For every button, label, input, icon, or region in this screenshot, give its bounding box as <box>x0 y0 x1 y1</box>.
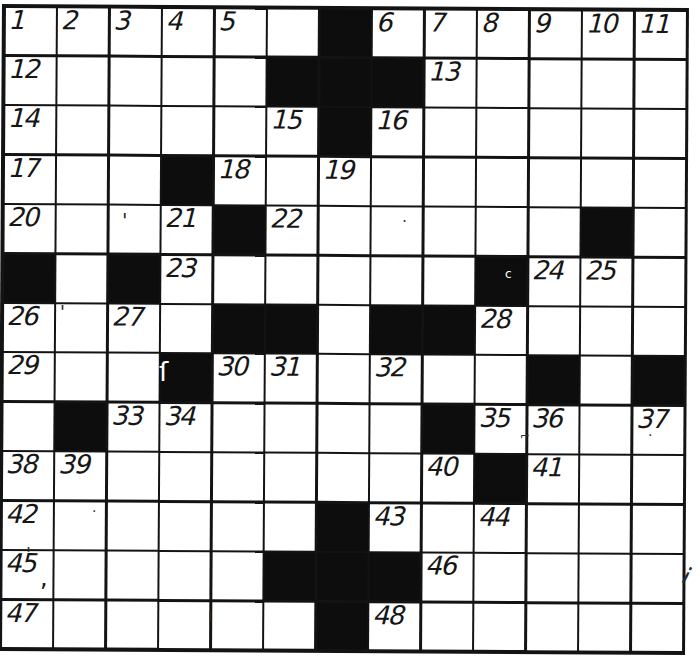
white-square: 48 <box>369 603 419 650</box>
white-square: 28 <box>476 307 526 354</box>
white-square <box>162 107 212 154</box>
clue-number: 15 <box>270 109 300 133</box>
white-square <box>265 503 315 550</box>
white-square <box>160 453 210 500</box>
white-square <box>54 551 104 598</box>
white-square <box>267 157 317 204</box>
white-square <box>371 257 421 304</box>
white-square <box>372 158 422 205</box>
white-square <box>212 454 262 501</box>
black-square <box>320 9 370 56</box>
white-square: 8 <box>478 10 528 57</box>
white-square <box>527 505 577 552</box>
white-square: 27 <box>108 305 158 352</box>
white-square <box>56 354 106 401</box>
clue-number: 35 <box>478 407 508 431</box>
crossword-board: 1234567891011121314151617181920212223242… <box>0 4 689 655</box>
white-square <box>215 108 265 155</box>
white-square <box>57 57 107 104</box>
white-square <box>159 601 209 648</box>
white-square <box>213 404 263 451</box>
black-square <box>55 403 105 450</box>
black-square <box>317 504 367 551</box>
white-square: 16 <box>372 109 422 156</box>
white-square <box>582 159 632 206</box>
black-square <box>372 59 422 106</box>
clue-number: 42 <box>5 503 35 527</box>
white-square <box>162 58 212 105</box>
clue-number: 24 <box>532 259 562 283</box>
white-square: 19 <box>319 158 369 205</box>
white-square: 47 <box>2 600 52 647</box>
black-square <box>371 306 421 353</box>
white-square <box>477 109 527 156</box>
white-square: 34 <box>160 404 210 451</box>
white-square <box>424 208 474 255</box>
white-square: 36 <box>528 406 578 453</box>
clue-number: 9 <box>533 12 548 35</box>
white-square: 5 <box>215 9 265 56</box>
white-square: 4 <box>163 8 213 55</box>
black-square <box>320 108 370 155</box>
white-square: 43 <box>370 504 420 551</box>
white-square <box>633 308 683 355</box>
clue-number: 23 <box>164 257 194 281</box>
white-square <box>107 601 157 648</box>
clue-number: 25 <box>584 259 614 283</box>
clue-number: 43 <box>373 505 403 529</box>
clue-number: 33 <box>111 404 141 428</box>
white-square: 12 <box>5 57 55 104</box>
white-square <box>579 555 629 602</box>
clue-number: 46 <box>425 555 455 579</box>
white-square: 3 <box>110 8 160 55</box>
white-square: 46 <box>422 554 472 601</box>
clue-number: 37 <box>636 408 666 432</box>
white-square: 35 <box>475 406 525 453</box>
clue-number: 31 <box>269 356 299 380</box>
white-square <box>108 354 158 401</box>
white-square <box>634 209 684 256</box>
white-square: 30 <box>213 355 263 402</box>
black-square <box>109 255 159 302</box>
white-square <box>635 61 685 108</box>
white-square: 33 <box>108 403 158 450</box>
white-square <box>581 307 631 354</box>
white-square <box>580 406 630 453</box>
white-square <box>632 555 682 602</box>
white-square <box>474 603 524 650</box>
clue-number: 7 <box>428 11 443 34</box>
white-square <box>319 207 369 254</box>
white-square <box>57 156 107 203</box>
white-square: 26 <box>3 304 53 351</box>
clue-number: 36 <box>531 407 561 431</box>
white-square <box>268 9 318 56</box>
white-square <box>579 604 629 651</box>
black-square <box>476 257 526 304</box>
white-square <box>56 304 106 351</box>
black-square <box>369 553 419 600</box>
white-square: 44 <box>475 505 525 552</box>
black-square <box>4 255 54 302</box>
white-square <box>424 158 474 205</box>
white-square <box>109 206 159 253</box>
white-square <box>57 107 107 154</box>
scan-page: 1234567891011121314151617181920212223242… <box>0 0 700 656</box>
clue-number: 16 <box>375 110 405 134</box>
white-square <box>422 504 472 551</box>
white-square <box>266 256 316 303</box>
clue-number: 8 <box>481 11 496 34</box>
white-square: 9 <box>530 11 580 58</box>
white-square: 22 <box>266 207 316 254</box>
white-square <box>371 207 421 254</box>
white-square <box>527 604 577 651</box>
clue-number: 40 <box>426 456 456 480</box>
white-square: 11 <box>635 11 685 58</box>
white-square <box>634 160 684 207</box>
black-square <box>213 305 263 352</box>
white-square <box>318 355 368 402</box>
white-square <box>370 405 420 452</box>
clue-number: 39 <box>58 454 88 478</box>
white-square: 40 <box>422 455 472 502</box>
clue-number: 5 <box>218 10 233 33</box>
white-square: 1 <box>5 7 55 54</box>
white-square: 38 <box>2 452 52 499</box>
clue-number: 11 <box>638 12 668 36</box>
white-square: 37 <box>633 407 683 454</box>
clue-number: 1 <box>8 8 23 31</box>
white-square <box>476 356 526 403</box>
white-square <box>425 109 475 156</box>
clue-number: 13 <box>428 60 458 84</box>
clue-number: 22 <box>270 208 300 232</box>
black-square <box>266 306 316 353</box>
white-square <box>56 255 106 302</box>
white-square <box>635 110 685 157</box>
white-square: 20 <box>4 205 54 252</box>
clue-number: 3 <box>113 9 128 32</box>
white-square <box>423 356 473 403</box>
white-square: 18 <box>214 157 264 204</box>
white-square <box>632 604 682 651</box>
black-square <box>317 602 367 649</box>
white-square: 14 <box>5 106 55 153</box>
white-square <box>56 205 106 252</box>
clue-number: 29 <box>6 354 36 378</box>
white-square <box>107 552 157 599</box>
white-square <box>580 456 630 503</box>
white-square: 21 <box>161 206 211 253</box>
white-square <box>212 602 262 649</box>
white-square <box>159 552 209 599</box>
clue-number: 2 <box>61 9 76 32</box>
white-square <box>161 305 211 352</box>
white-square: 6 <box>373 10 423 57</box>
black-square <box>320 59 370 106</box>
white-square <box>582 110 632 157</box>
white-square <box>477 60 527 107</box>
white-square <box>474 554 524 601</box>
white-square <box>160 503 210 550</box>
black-square <box>161 354 211 401</box>
white-square <box>317 454 367 501</box>
clue-number: 47 <box>5 601 35 625</box>
clue-number: 19 <box>322 159 352 183</box>
clue-number: 41 <box>531 456 561 480</box>
clue-number: 38 <box>6 453 36 477</box>
black-square <box>317 553 367 600</box>
black-square <box>423 405 473 452</box>
white-square <box>265 454 315 501</box>
clue-number: 14 <box>8 107 38 131</box>
clue-number: 20 <box>7 206 37 230</box>
white-square: 32 <box>371 356 421 403</box>
white-square <box>55 502 105 549</box>
black-square <box>162 157 212 204</box>
white-square <box>477 159 527 206</box>
clue-number: 21 <box>165 207 195 231</box>
white-square <box>528 307 578 354</box>
white-square <box>422 603 472 650</box>
clue-number: 30 <box>216 356 246 380</box>
white-square <box>212 552 262 599</box>
clue-number: 27 <box>111 306 141 330</box>
white-square <box>530 60 580 107</box>
white-square: 25 <box>581 258 631 305</box>
clue-number: 26 <box>7 305 37 329</box>
white-square: 23 <box>161 255 211 302</box>
white-square <box>54 601 104 648</box>
white-square <box>632 505 682 552</box>
clue-number: 34 <box>163 405 193 429</box>
white-square <box>215 58 265 105</box>
clue-number: 6 <box>376 11 391 34</box>
white-square <box>370 454 420 501</box>
white-square <box>107 502 157 549</box>
white-square: 41 <box>527 455 577 502</box>
black-square <box>214 206 264 253</box>
white-square: 24 <box>529 258 579 305</box>
white-square: 45 <box>2 551 52 598</box>
clue-number: 28 <box>479 308 509 332</box>
white-square <box>318 405 368 452</box>
black-square <box>528 357 578 404</box>
white-square <box>581 357 631 404</box>
white-square: 17 <box>4 156 54 203</box>
clue-number: 48 <box>372 604 402 628</box>
white-square: 15 <box>267 108 317 155</box>
white-square <box>110 107 160 154</box>
white-square <box>582 60 632 107</box>
white-square: 39 <box>55 453 105 500</box>
white-square <box>318 306 368 353</box>
white-square: 2 <box>58 8 108 55</box>
white-square <box>634 258 684 305</box>
white-square <box>529 208 579 255</box>
white-square: 10 <box>583 11 633 58</box>
white-square <box>580 505 630 552</box>
white-square <box>264 602 314 649</box>
white-square: 31 <box>266 355 316 402</box>
black-square <box>267 58 317 105</box>
black-square <box>633 357 683 404</box>
white-square <box>319 256 369 303</box>
white-square <box>476 208 526 255</box>
white-square <box>530 109 580 156</box>
white-square <box>214 256 264 303</box>
white-square <box>109 156 159 203</box>
white-square <box>424 257 474 304</box>
clue-number: 17 <box>7 157 37 181</box>
white-square <box>632 456 682 503</box>
white-square: 42 <box>2 502 52 549</box>
white-square: 7 <box>425 10 475 57</box>
white-square <box>527 554 577 601</box>
clue-number: 44 <box>478 506 508 530</box>
white-square <box>212 503 262 550</box>
clue-number: 45 <box>5 552 35 576</box>
black-square <box>581 209 631 256</box>
white-square <box>3 403 53 450</box>
clue-number: 12 <box>8 58 38 82</box>
clue-number: 32 <box>374 357 404 381</box>
white-square: 13 <box>425 59 475 106</box>
white-square: 29 <box>3 353 53 400</box>
black-square <box>423 307 473 354</box>
white-square <box>107 453 157 500</box>
clue-number: 18 <box>217 158 247 182</box>
white-square <box>265 404 315 451</box>
black-square <box>475 455 525 502</box>
black-square <box>264 553 314 600</box>
white-square <box>110 57 160 104</box>
clue-number: 4 <box>166 9 181 32</box>
clue-number: 10 <box>586 12 616 36</box>
white-square <box>529 159 579 206</box>
